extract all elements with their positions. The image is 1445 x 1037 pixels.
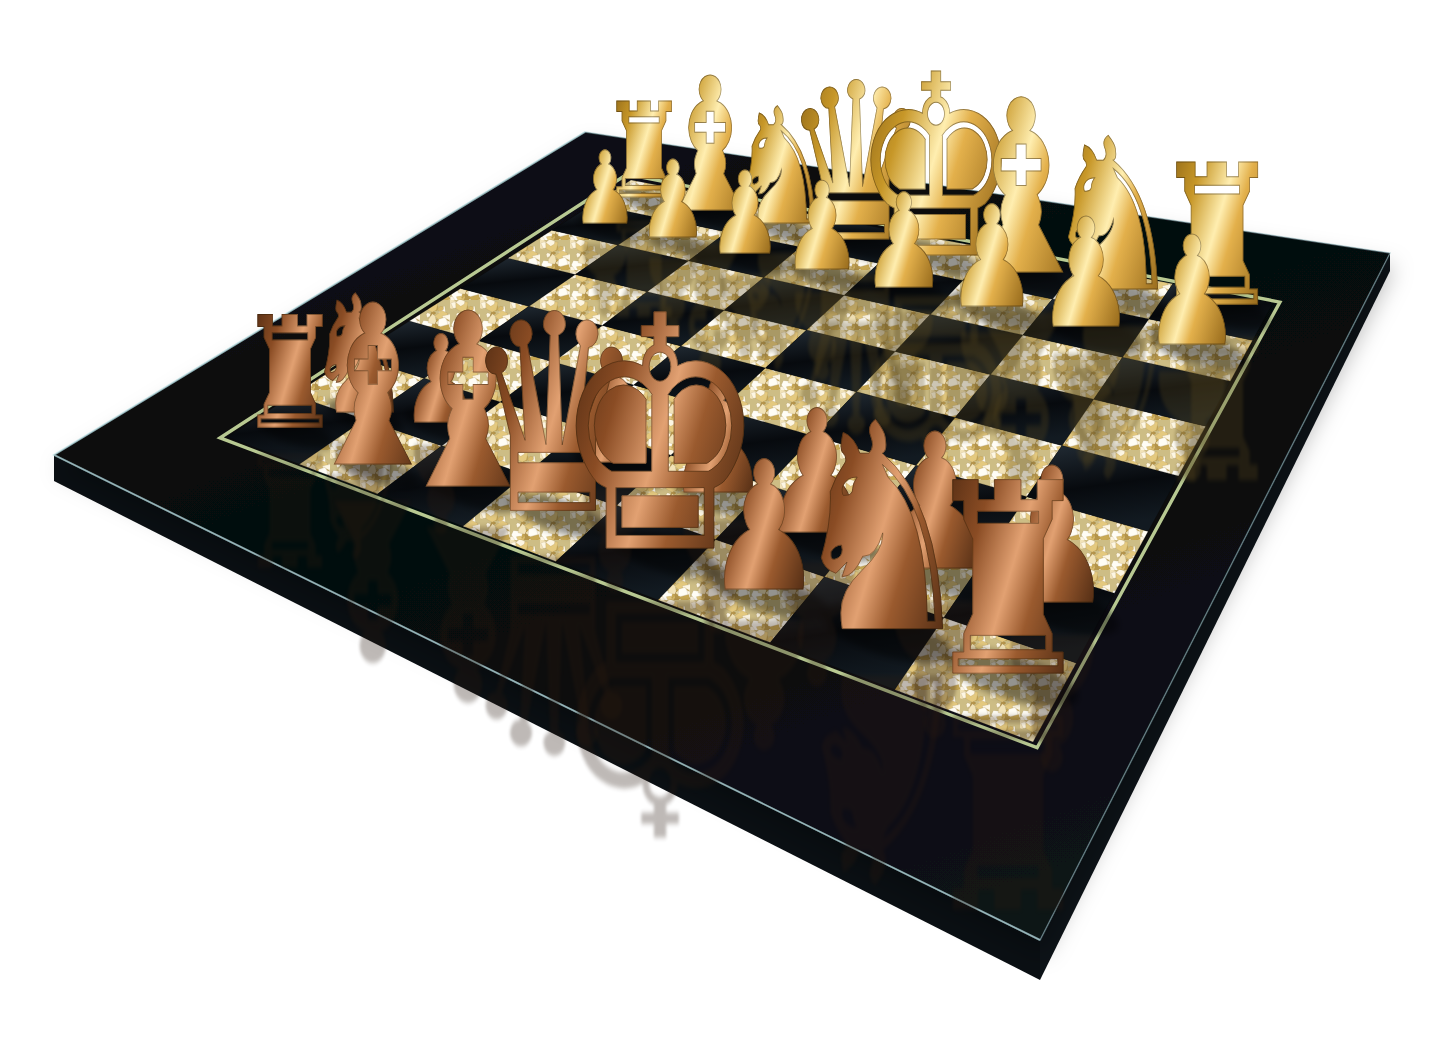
piece-gold-pawn-e7[interactable]: ♟ — [860, 177, 946, 307]
piece-gold-pawn-d7[interactable]: ♟ — [781, 167, 862, 289]
piece-gold-pawn-h7[interactable]: ♟ — [1142, 217, 1242, 368]
piece-gold-pawn-g7[interactable]: ♟ — [1036, 199, 1136, 350]
piece-gold-pawn-b7[interactable]: ♟ — [637, 148, 708, 255]
chess-set-photo: ♜♝♟♞♟♛♟♚♟♝♟♞♜♟♟♟♞♟♜♟♝♝♟♛♟♚♟♟♟♞♜♜♝♟♞♟♛♟♚♟… — [0, 0, 1445, 1037]
piece-copper-rook-h1[interactable]: ♜ — [920, 449, 1096, 714]
piece-gold-pawn-f7[interactable]: ♟ — [945, 188, 1038, 328]
piece-gold-pawn-a7[interactable]: ♟ — [572, 139, 639, 239]
